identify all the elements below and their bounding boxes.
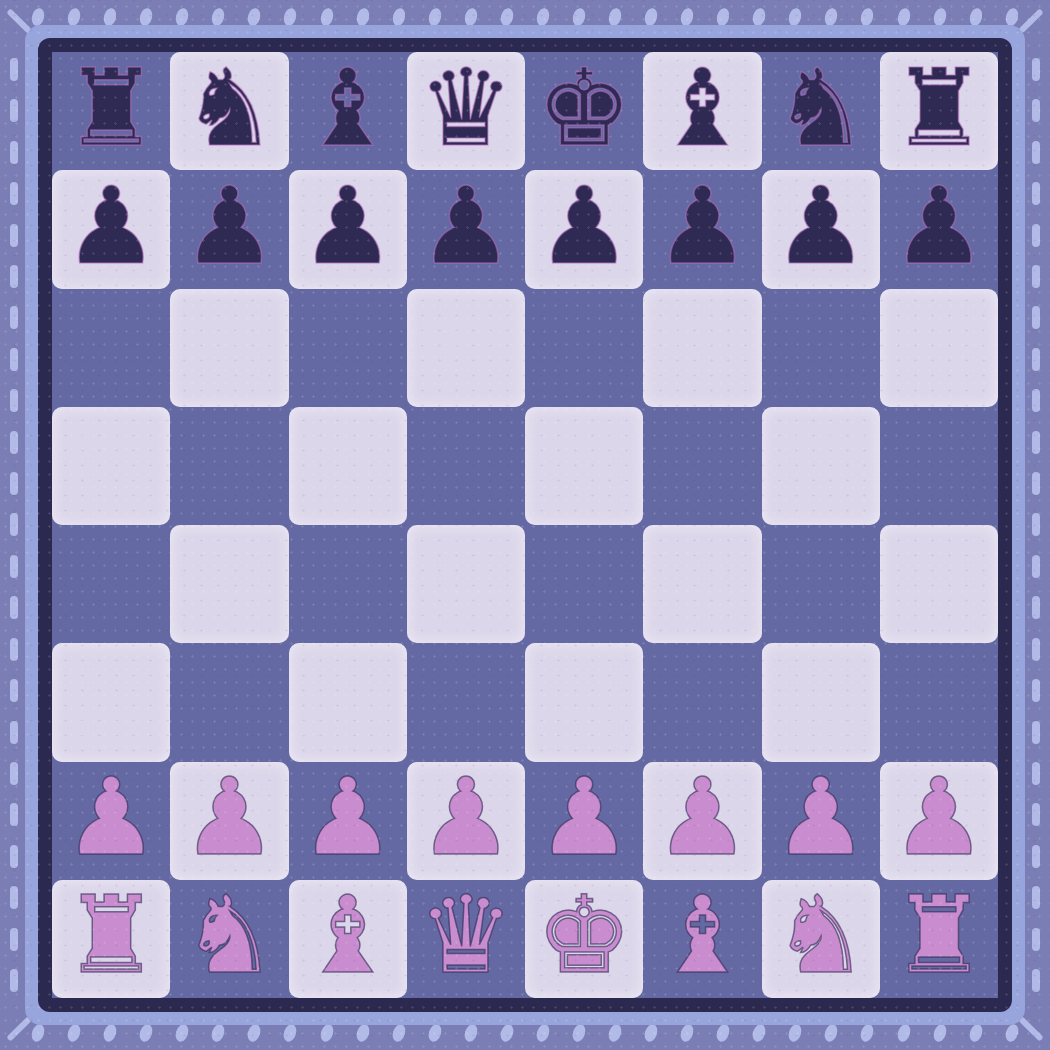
- square-f7[interactable]: ♟: [643, 170, 761, 288]
- border-dot: [210, 1023, 227, 1044]
- square-e1[interactable]: ♚: [525, 880, 643, 998]
- border-dot: [643, 1023, 660, 1044]
- border-dash: [1032, 638, 1040, 661]
- square-f1[interactable]: ♝: [643, 880, 761, 998]
- square-g2[interactable]: ♟: [762, 762, 880, 880]
- square-c4[interactable]: [289, 525, 407, 643]
- piece-black-pawn[interactable]: ♟: [773, 173, 869, 280]
- border-dash: [10, 969, 18, 992]
- square-h7[interactable]: ♟: [880, 170, 998, 288]
- border-dash: [10, 99, 18, 122]
- border-dash: [1032, 886, 1040, 909]
- border-dash: [10, 596, 18, 619]
- border-dash: [1032, 224, 1040, 247]
- piece-white-knight[interactable]: ♞: [773, 882, 869, 989]
- border-dot: [534, 1023, 551, 1044]
- square-b1[interactable]: ♞: [170, 880, 288, 998]
- square-g8[interactable]: ♞: [762, 52, 880, 170]
- piece-black-pawn[interactable]: ♟: [63, 173, 159, 280]
- square-h5[interactable]: [880, 407, 998, 525]
- piece-black-knight[interactable]: ♞: [181, 55, 277, 162]
- border-dot: [66, 1023, 83, 1044]
- border-dot: [787, 1023, 804, 1044]
- piece-black-pawn[interactable]: ♟: [181, 173, 277, 280]
- border-dash: [10, 513, 18, 536]
- border-dash: [10, 431, 18, 454]
- border-dot: [679, 1023, 696, 1044]
- square-g5[interactable]: [762, 407, 880, 525]
- piece-black-pawn[interactable]: ♟: [891, 173, 987, 280]
- border-dot: [498, 1023, 515, 1044]
- border-dash: [1032, 845, 1040, 868]
- piece-black-rook[interactable]: ♜: [891, 55, 987, 162]
- border-dot: [138, 1023, 155, 1044]
- border-dash: [1032, 389, 1040, 412]
- piece-white-rook[interactable]: ♜: [891, 882, 987, 989]
- square-f8[interactable]: ♝: [643, 52, 761, 170]
- square-a2[interactable]: ♟: [52, 762, 170, 880]
- square-b8[interactable]: ♞: [170, 52, 288, 170]
- piece-white-pawn[interactable]: ♟: [181, 764, 277, 871]
- square-b7[interactable]: ♟: [170, 170, 288, 288]
- border-dash: [1032, 555, 1040, 578]
- square-d2[interactable]: ♟: [407, 762, 525, 880]
- border-dashes-left: [9, 58, 19, 992]
- square-g4[interactable]: [762, 525, 880, 643]
- square-h6[interactable]: [880, 289, 998, 407]
- border-dash: [10, 803, 18, 826]
- square-d5[interactable]: [407, 407, 525, 525]
- square-h8[interactable]: ♜: [880, 52, 998, 170]
- square-h4[interactable]: [880, 525, 998, 643]
- border-dash: [10, 928, 18, 951]
- square-c6[interactable]: [289, 289, 407, 407]
- border-dash: [1032, 803, 1040, 826]
- piece-black-pawn[interactable]: ♟: [536, 173, 632, 280]
- border-dot: [390, 1023, 407, 1044]
- square-e6[interactable]: [525, 289, 643, 407]
- square-a6[interactable]: [52, 289, 170, 407]
- border-dash: [1032, 513, 1040, 536]
- border-dash: [1032, 762, 1040, 785]
- piece-white-pawn[interactable]: ♟: [418, 764, 514, 871]
- square-d7[interactable]: ♟: [407, 170, 525, 288]
- border-dot: [246, 1023, 263, 1044]
- square-f6[interactable]: [643, 289, 761, 407]
- square-d8[interactable]: ♛: [407, 52, 525, 170]
- piece-black-bishop[interactable]: ♝: [654, 55, 750, 162]
- square-c3[interactable]: [289, 643, 407, 761]
- border-dots-top: [32, 7, 1018, 27]
- border-dash: [10, 638, 18, 661]
- border-dash: [10, 58, 18, 81]
- piece-white-rook[interactable]: ♜: [63, 882, 159, 989]
- corner-stitch-icon: [1018, 1016, 1043, 1041]
- border-dash: [10, 472, 18, 495]
- corner-stitch-icon: [1018, 8, 1043, 33]
- border-dash: [10, 721, 18, 744]
- square-d3[interactable]: [407, 643, 525, 761]
- square-b6[interactable]: [170, 289, 288, 407]
- chessboard: ♜♞♝♛♚♝♞♜♟♟♟♟♟♟♟♟♟♟♟♟♟♟♟♟♜♞♝♛♚♝♞♜: [52, 52, 998, 998]
- border-dots-bottom: [32, 1023, 1018, 1043]
- piece-black-pawn[interactable]: ♟: [418, 173, 514, 280]
- piece-black-bishop[interactable]: ♝: [300, 55, 396, 162]
- border-dash: [1032, 472, 1040, 495]
- border-dot: [282, 1023, 299, 1044]
- border-dash: [10, 306, 18, 329]
- square-g1[interactable]: ♞: [762, 880, 880, 998]
- border-dash: [1032, 141, 1040, 164]
- square-b3[interactable]: [170, 643, 288, 761]
- border-dot: [607, 1023, 624, 1044]
- border-dot: [931, 1023, 948, 1044]
- border-dot: [318, 1023, 335, 1044]
- square-a1[interactable]: ♜: [52, 880, 170, 998]
- border-dot: [751, 1023, 768, 1044]
- square-e7[interactable]: ♟: [525, 170, 643, 288]
- square-e8[interactable]: ♚: [525, 52, 643, 170]
- border-dash: [1032, 928, 1040, 951]
- square-d1[interactable]: ♛: [407, 880, 525, 998]
- border-dash: [1032, 679, 1040, 702]
- corner-stitch-icon: [6, 1016, 31, 1041]
- square-c1[interactable]: ♝: [289, 880, 407, 998]
- border-dot: [570, 1023, 587, 1044]
- square-b4[interactable]: [170, 525, 288, 643]
- piece-white-king[interactable]: ♚: [536, 882, 632, 989]
- border-dot: [462, 1023, 479, 1044]
- square-c7[interactable]: ♟: [289, 170, 407, 288]
- border-dash: [1032, 58, 1040, 81]
- square-g3[interactable]: [762, 643, 880, 761]
- square-h1[interactable]: ♜: [880, 880, 998, 998]
- square-a4[interactable]: [52, 525, 170, 643]
- piece-black-rook[interactable]: ♜: [63, 55, 159, 162]
- square-e3[interactable]: [525, 643, 643, 761]
- square-c8[interactable]: ♝: [289, 52, 407, 170]
- square-a5[interactable]: [52, 407, 170, 525]
- square-g6[interactable]: [762, 289, 880, 407]
- border-dot: [30, 1023, 47, 1044]
- square-c5[interactable]: [289, 407, 407, 525]
- border-dot: [102, 1023, 119, 1044]
- border-dashes-right: [1031, 58, 1041, 992]
- border-dot: [354, 1023, 371, 1044]
- piece-white-pawn[interactable]: ♟: [891, 764, 987, 871]
- piece-white-bishop[interactable]: ♝: [654, 882, 750, 989]
- piece-black-queen[interactable]: ♛: [418, 55, 514, 162]
- border-dash: [10, 555, 18, 578]
- border-dash: [10, 224, 18, 247]
- border-dash: [10, 389, 18, 412]
- border-dash: [1032, 306, 1040, 329]
- border-dash: [1032, 721, 1040, 744]
- square-f3[interactable]: [643, 643, 761, 761]
- square-b2[interactable]: ♟: [170, 762, 288, 880]
- piece-black-pawn[interactable]: ♟: [654, 173, 750, 280]
- square-e5[interactable]: [525, 407, 643, 525]
- square-f5[interactable]: [643, 407, 761, 525]
- square-e2[interactable]: ♟: [525, 762, 643, 880]
- square-h3[interactable]: [880, 643, 998, 761]
- square-d4[interactable]: [407, 525, 525, 643]
- border-dash: [10, 182, 18, 205]
- piece-black-pawn[interactable]: ♟: [300, 173, 396, 280]
- square-f4[interactable]: [643, 525, 761, 643]
- border-dash: [10, 348, 18, 371]
- square-d6[interactable]: [407, 289, 525, 407]
- border-dot: [426, 1023, 443, 1044]
- border-dash: [10, 265, 18, 288]
- square-a3[interactable]: [52, 643, 170, 761]
- border-dash: [1032, 431, 1040, 454]
- piece-white-knight[interactable]: ♞: [181, 882, 277, 989]
- border-dot: [895, 1023, 912, 1044]
- piece-black-king[interactable]: ♚: [536, 55, 632, 162]
- square-a7[interactable]: ♟: [52, 170, 170, 288]
- border-dot: [174, 1023, 191, 1044]
- square-h2[interactable]: ♟: [880, 762, 998, 880]
- piece-white-pawn[interactable]: ♟: [536, 764, 632, 871]
- square-a8[interactable]: ♜: [52, 52, 170, 170]
- chess-app: ♜♞♝♛♚♝♞♜♟♟♟♟♟♟♟♟♟♟♟♟♟♟♟♟♜♞♝♛♚♝♞♜: [0, 0, 1050, 1050]
- border-dash: [1032, 182, 1040, 205]
- piece-white-pawn[interactable]: ♟: [654, 764, 750, 871]
- piece-white-pawn[interactable]: ♟: [63, 764, 159, 871]
- border-dot: [1003, 1023, 1020, 1044]
- border-dash: [1032, 969, 1040, 992]
- piece-white-queen[interactable]: ♛: [418, 882, 514, 989]
- border-dash: [10, 141, 18, 164]
- square-f2[interactable]: ♟: [643, 762, 761, 880]
- border-dash: [1032, 348, 1040, 371]
- border-dash: [1032, 596, 1040, 619]
- square-b5[interactable]: [170, 407, 288, 525]
- border-dash: [10, 679, 18, 702]
- square-g7[interactable]: ♟: [762, 170, 880, 288]
- border-dash: [10, 886, 18, 909]
- border-dot: [859, 1023, 876, 1044]
- border-dot: [715, 1023, 732, 1044]
- border-dash: [1032, 265, 1040, 288]
- border-dot: [967, 1023, 984, 1044]
- border-dash: [1032, 99, 1040, 122]
- square-e4[interactable]: [525, 525, 643, 643]
- border-dash: [10, 762, 18, 785]
- piece-white-pawn[interactable]: ♟: [773, 764, 869, 871]
- border-dash: [10, 845, 18, 868]
- square-c2[interactable]: ♟: [289, 762, 407, 880]
- border-dot: [823, 1023, 840, 1044]
- piece-black-knight[interactable]: ♞: [773, 55, 869, 162]
- piece-white-pawn[interactable]: ♟: [300, 764, 396, 871]
- piece-white-bishop[interactable]: ♝: [300, 882, 396, 989]
